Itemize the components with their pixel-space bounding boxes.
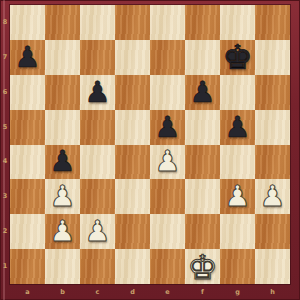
square-b3[interactable]: ♟ — [45, 179, 80, 214]
white-pawn[interactable]: ♟ — [50, 217, 76, 246]
square-d3[interactable] — [115, 179, 150, 214]
square-e8[interactable] — [150, 5, 185, 40]
square-g5[interactable]: ♟ — [220, 110, 255, 145]
rank-label-6: 6 — [0, 88, 10, 97]
square-b2[interactable]: ♟ — [45, 214, 80, 249]
square-f7[interactable] — [185, 40, 220, 75]
square-g8[interactable] — [220, 5, 255, 40]
square-h4[interactable] — [255, 145, 290, 180]
white-pawn[interactable]: ♟ — [50, 182, 76, 211]
square-h1[interactable] — [255, 249, 290, 284]
rank-label-4: 4 — [0, 157, 10, 166]
square-a8[interactable] — [10, 5, 45, 40]
file-label-b: b — [57, 288, 69, 297]
file-label-g: g — [232, 288, 244, 297]
square-e1[interactable] — [150, 249, 185, 284]
black-pawn[interactable]: ♟ — [85, 78, 111, 107]
square-e4[interactable]: ♟ — [150, 145, 185, 180]
file-label-c: c — [92, 288, 104, 297]
square-c3[interactable] — [80, 179, 115, 214]
file-label-h: h — [267, 288, 279, 297]
square-f8[interactable] — [185, 5, 220, 40]
square-g7[interactable]: ♚ — [220, 40, 255, 75]
square-d6[interactable] — [115, 75, 150, 110]
file-label-d: d — [127, 288, 139, 297]
square-a7[interactable]: ♟ — [10, 40, 45, 75]
black-pawn[interactable]: ♟ — [225, 113, 251, 142]
square-a1[interactable] — [10, 249, 45, 284]
white-pawn[interactable]: ♟ — [85, 217, 111, 246]
square-d8[interactable] — [115, 5, 150, 40]
square-b8[interactable] — [45, 5, 80, 40]
square-g1[interactable] — [220, 249, 255, 284]
square-e6[interactable] — [150, 75, 185, 110]
square-a5[interactable] — [10, 110, 45, 145]
file-label-f: f — [197, 288, 209, 297]
rank-label-7: 7 — [0, 53, 10, 62]
white-pawn[interactable]: ♟ — [260, 182, 286, 211]
square-a3[interactable] — [10, 179, 45, 214]
square-e2[interactable] — [150, 214, 185, 249]
rank-label-1: 1 — [0, 262, 10, 271]
square-h5[interactable] — [255, 110, 290, 145]
square-f1[interactable]: ♚ — [185, 249, 220, 284]
square-h2[interactable] — [255, 214, 290, 249]
square-c5[interactable] — [80, 110, 115, 145]
square-c1[interactable] — [80, 249, 115, 284]
square-a4[interactable] — [10, 145, 45, 180]
square-h6[interactable] — [255, 75, 290, 110]
square-g4[interactable] — [220, 145, 255, 180]
square-d2[interactable] — [115, 214, 150, 249]
square-b4[interactable]: ♟ — [45, 145, 80, 180]
square-h3[interactable]: ♟ — [255, 179, 290, 214]
square-f3[interactable] — [185, 179, 220, 214]
square-h7[interactable] — [255, 40, 290, 75]
black-king[interactable]: ♚ — [222, 40, 252, 74]
black-pawn[interactable]: ♟ — [50, 147, 76, 176]
square-c8[interactable] — [80, 5, 115, 40]
square-f6[interactable]: ♟ — [185, 75, 220, 110]
square-c2[interactable]: ♟ — [80, 214, 115, 249]
square-d1[interactable] — [115, 249, 150, 284]
square-d7[interactable] — [115, 40, 150, 75]
square-b1[interactable] — [45, 249, 80, 284]
rank-label-2: 2 — [0, 227, 10, 236]
square-c6[interactable]: ♟ — [80, 75, 115, 110]
square-h8[interactable] — [255, 5, 290, 40]
square-c4[interactable] — [80, 145, 115, 180]
file-label-e: e — [162, 288, 174, 297]
square-f4[interactable] — [185, 145, 220, 180]
square-c7[interactable] — [80, 40, 115, 75]
square-f5[interactable] — [185, 110, 220, 145]
white-king[interactable]: ♚ — [187, 250, 217, 284]
rank-label-3: 3 — [0, 192, 10, 201]
square-e3[interactable] — [150, 179, 185, 214]
white-pawn[interactable]: ♟ — [225, 182, 251, 211]
square-e7[interactable] — [150, 40, 185, 75]
square-g2[interactable] — [220, 214, 255, 249]
square-a2[interactable] — [10, 214, 45, 249]
square-a6[interactable] — [10, 75, 45, 110]
rank-label-5: 5 — [0, 123, 10, 132]
white-pawn[interactable]: ♟ — [155, 147, 181, 176]
square-d5[interactable] — [115, 110, 150, 145]
rank-label-8: 8 — [0, 18, 10, 27]
square-d4[interactable] — [115, 145, 150, 180]
black-pawn[interactable]: ♟ — [155, 113, 181, 142]
square-b5[interactable] — [45, 110, 80, 145]
black-pawn[interactable]: ♟ — [15, 43, 41, 72]
square-g6[interactable] — [220, 75, 255, 110]
chess-board-frame: ♟♚♟♟♟♟♟♟♟♟♟♟♟♚ 87654321abcdefgh — [0, 0, 300, 300]
black-pawn[interactable]: ♟ — [190, 78, 216, 107]
square-e5[interactable]: ♟ — [150, 110, 185, 145]
file-label-a: a — [22, 288, 34, 297]
square-g3[interactable]: ♟ — [220, 179, 255, 214]
square-b7[interactable] — [45, 40, 80, 75]
square-b6[interactable] — [45, 75, 80, 110]
chess-board: ♟♚♟♟♟♟♟♟♟♟♟♟♟♚ — [10, 5, 290, 284]
square-f2[interactable] — [185, 214, 220, 249]
